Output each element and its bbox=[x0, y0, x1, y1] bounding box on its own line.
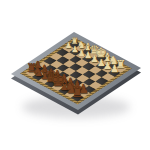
black-rook[interactable]: ♜ bbox=[71, 85, 84, 99]
white-pawn[interactable]: ♟ bbox=[110, 64, 119, 74]
chess-set-photo: ♜♞♝♛♚♝♞♜♟♟♟♟♟♟♟♟♟♟♟♟♟♟♟♟♜♞♝♛♚♝♞♜ bbox=[0, 0, 150, 150]
